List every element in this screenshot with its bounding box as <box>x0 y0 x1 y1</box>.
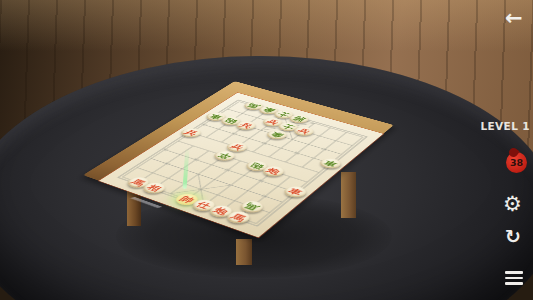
piece-glyph: 馬 <box>229 213 248 223</box>
menu-bar <box>505 277 523 280</box>
table-leg-front <box>236 239 252 265</box>
menu-bar <box>505 271 523 274</box>
move-count-value: 38 <box>510 157 523 168</box>
scene: 馬象士將兵士兵車砲兵象車兵兵卒砲炮車馬馬相帥仕炮馬 ← LEVEL 1 38 ⚙… <box>0 0 533 300</box>
piece-glyph: 炮 <box>265 167 282 175</box>
move-count-badge: 38 <box>506 152 527 173</box>
piece-glyph: 象 <box>269 131 285 138</box>
piece-glyph: 將 <box>291 115 307 122</box>
piece-glyph: 卒 <box>216 152 233 160</box>
menu-bar <box>505 282 523 285</box>
piece-glyph: 車 <box>322 159 339 167</box>
piece-glyph: 相 <box>145 184 163 193</box>
piece-glyph: 車 <box>286 187 304 196</box>
piece-glyph: 兵 <box>229 143 246 151</box>
hamburger-menu-icon[interactable] <box>505 271 523 288</box>
piece-glyph: 馬 <box>243 202 261 211</box>
piece-glyph: 兵 <box>238 122 254 129</box>
back-button[interactable]: ← <box>505 6 523 30</box>
table-leg-right <box>341 172 356 218</box>
restart-icon[interactable]: ↻ <box>505 225 521 247</box>
piece-glyph: 兵 <box>296 128 312 135</box>
level-label: LEVEL 1 <box>480 120 530 132</box>
settings-gear-icon[interactable]: ⚙ <box>503 192 522 216</box>
piece-glyph: 兵 <box>183 129 199 136</box>
